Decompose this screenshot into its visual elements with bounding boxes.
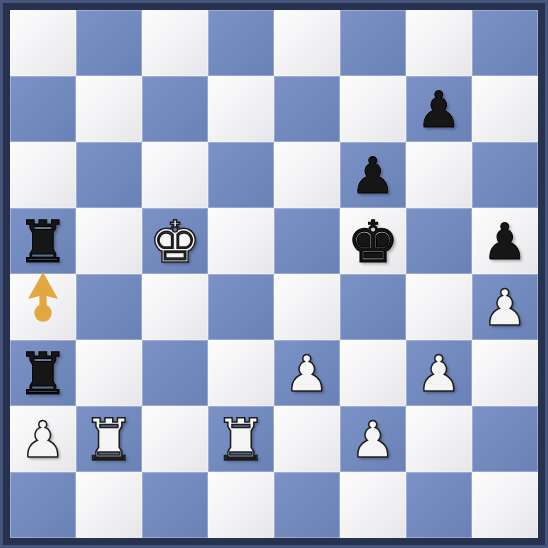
square-c6[interactable] (142, 142, 208, 208)
square-b8[interactable] (76, 10, 142, 76)
square-a7[interactable] (10, 76, 76, 142)
square-d2[interactable]: ♜ (208, 406, 274, 472)
square-h5[interactable]: ♟ (472, 208, 538, 274)
white-pawn-h4: ♟ (483, 283, 528, 333)
square-d3[interactable] (208, 340, 274, 406)
square-g2[interactable] (406, 406, 472, 472)
square-h1[interactable] (472, 472, 538, 538)
square-b6[interactable] (76, 142, 142, 208)
square-c3[interactable] (142, 340, 208, 406)
black-pawn-f6: ♟ (351, 151, 396, 201)
square-b4[interactable] (76, 274, 142, 340)
board-frame: ♟♟♜♚♚♟♟♜♟♟♟♜♜♟ (0, 0, 548, 548)
black-pawn-g7: ♟ (417, 85, 462, 135)
square-d7[interactable] (208, 76, 274, 142)
square-f3[interactable] (340, 340, 406, 406)
white-rook-b2: ♜ (83, 411, 135, 469)
black-rook-a5: ♜ (17, 213, 69, 271)
square-g7[interactable]: ♟ (406, 76, 472, 142)
square-b1[interactable] (76, 472, 142, 538)
square-e4[interactable] (274, 274, 340, 340)
square-a3[interactable]: ♜ (10, 340, 76, 406)
square-c8[interactable] (142, 10, 208, 76)
square-c5[interactable]: ♚ (142, 208, 208, 274)
square-e3[interactable]: ♟ (274, 340, 340, 406)
square-d5[interactable] (208, 208, 274, 274)
square-c2[interactable] (142, 406, 208, 472)
square-f8[interactable] (340, 10, 406, 76)
square-d8[interactable] (208, 10, 274, 76)
square-b2[interactable]: ♜ (76, 406, 142, 472)
white-pawn-f2: ♟ (351, 415, 396, 465)
square-b3[interactable] (76, 340, 142, 406)
square-b5[interactable] (76, 208, 142, 274)
square-g6[interactable] (406, 142, 472, 208)
square-d4[interactable] (208, 274, 274, 340)
square-h4[interactable]: ♟ (472, 274, 538, 340)
square-a2[interactable]: ♟ (10, 406, 76, 472)
square-f6[interactable]: ♟ (340, 142, 406, 208)
square-f7[interactable] (340, 76, 406, 142)
square-g4[interactable] (406, 274, 472, 340)
square-h6[interactable] (472, 142, 538, 208)
square-f4[interactable] (340, 274, 406, 340)
square-e2[interactable] (274, 406, 340, 472)
square-e5[interactable] (274, 208, 340, 274)
square-e7[interactable] (274, 76, 340, 142)
square-c4[interactable] (142, 274, 208, 340)
square-f1[interactable] (340, 472, 406, 538)
black-pawn-h5: ♟ (483, 217, 528, 267)
square-a6[interactable] (10, 142, 76, 208)
square-a5[interactable]: ♜ (10, 208, 76, 274)
square-f5[interactable]: ♚ (340, 208, 406, 274)
square-a8[interactable] (10, 10, 76, 76)
square-g8[interactable] (406, 10, 472, 76)
square-e1[interactable] (274, 472, 340, 538)
square-f2[interactable]: ♟ (340, 406, 406, 472)
white-king-c5: ♚ (149, 213, 201, 271)
chess-board: ♟♟♜♚♚♟♟♜♟♟♟♜♜♟ (10, 10, 538, 538)
square-a1[interactable] (10, 472, 76, 538)
white-rook-d2: ♜ (215, 411, 267, 469)
square-g1[interactable] (406, 472, 472, 538)
white-pawn-g3: ♟ (417, 349, 462, 399)
square-e8[interactable] (274, 10, 340, 76)
black-king-f5: ♚ (347, 213, 399, 271)
square-b7[interactable] (76, 76, 142, 142)
square-d1[interactable] (208, 472, 274, 538)
square-c1[interactable] (142, 472, 208, 538)
black-rook-a3: ♜ (17, 345, 69, 403)
square-d6[interactable] (208, 142, 274, 208)
square-c7[interactable] (142, 76, 208, 142)
square-g3[interactable]: ♟ (406, 340, 472, 406)
square-h3[interactable] (472, 340, 538, 406)
white-pawn-e3: ♟ (285, 349, 330, 399)
square-a4[interactable] (10, 274, 76, 340)
square-h8[interactable] (472, 10, 538, 76)
square-e6[interactable] (274, 142, 340, 208)
square-h2[interactable] (472, 406, 538, 472)
square-h7[interactable] (472, 76, 538, 142)
square-g5[interactable] (406, 208, 472, 274)
white-pawn-a2: ♟ (21, 415, 66, 465)
